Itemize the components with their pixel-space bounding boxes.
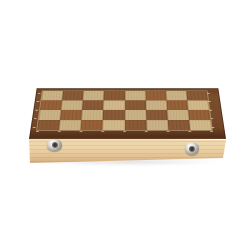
board-square-r2-c8 xyxy=(187,100,209,110)
chessboard xyxy=(37,91,212,130)
nail-dot-icon xyxy=(188,131,191,132)
board-square-r4-c3 xyxy=(81,120,103,130)
nail-dot-icon xyxy=(123,131,126,132)
nail-dot-icon xyxy=(36,131,39,132)
board-frame xyxy=(29,88,226,139)
board-square-r2-c4 xyxy=(103,100,124,110)
board-square-r2-c7 xyxy=(166,100,188,110)
board-square-r4-c7 xyxy=(168,120,190,130)
nail-dot-icon xyxy=(58,131,61,132)
board-square-r3-c5 xyxy=(125,110,146,120)
board-square-r3-c3 xyxy=(82,110,104,120)
board-square-r1-c5 xyxy=(125,91,146,100)
board-square-r4-c6 xyxy=(146,120,168,130)
frame-nails-front xyxy=(36,131,213,133)
board-square-r3-c7 xyxy=(167,110,189,120)
nail-dot-icon xyxy=(210,131,213,132)
nail-dot-icon xyxy=(35,109,38,110)
board-square-r2-c3 xyxy=(82,100,104,110)
board-top-face xyxy=(29,88,226,139)
board-square-r2-c1 xyxy=(40,100,62,110)
board-square-r1-c1 xyxy=(41,91,63,100)
nail-dot-icon xyxy=(79,131,82,132)
nail-dot-icon xyxy=(38,93,41,94)
board-square-r4-c4 xyxy=(103,120,125,130)
board-square-r1-c4 xyxy=(104,91,125,100)
board-square-r3-c1 xyxy=(39,110,62,120)
board-square-r1-c8 xyxy=(186,91,208,100)
nail-dot-icon xyxy=(33,127,36,128)
board-square-r3-c6 xyxy=(146,110,168,120)
board-square-r1-c2 xyxy=(62,91,83,100)
nail-dot-icon xyxy=(36,101,39,102)
nail-dot-icon xyxy=(211,127,214,128)
nail-dot-icon xyxy=(208,101,211,102)
product-photo xyxy=(0,0,250,250)
nail-dot-icon xyxy=(209,109,212,110)
board-square-r4-c1 xyxy=(37,120,60,130)
nail-dot-icon xyxy=(210,118,213,119)
nail-dot-icon xyxy=(101,131,104,132)
right-clasp-latch-icon xyxy=(185,142,199,155)
board-square-r1-c6 xyxy=(145,91,166,100)
left-clasp-latch-icon xyxy=(47,139,62,151)
chess-box xyxy=(0,0,250,250)
board-square-r3-c4 xyxy=(103,110,125,120)
nail-dot-icon xyxy=(34,118,37,119)
board-square-r1-c3 xyxy=(83,91,104,100)
nail-dot-icon xyxy=(145,131,148,132)
board-square-r4-c2 xyxy=(59,120,82,130)
board-square-r4-c8 xyxy=(189,120,212,130)
board-square-r2-c5 xyxy=(125,100,146,110)
board-square-r1-c7 xyxy=(166,91,187,100)
nail-dot-icon xyxy=(207,93,210,94)
board-square-r2-c6 xyxy=(145,100,166,110)
board-square-r3-c8 xyxy=(188,110,210,120)
board-square-r2-c2 xyxy=(61,100,83,110)
nail-dot-icon xyxy=(167,131,170,132)
board-square-r4-c5 xyxy=(125,120,147,130)
board-square-r3-c2 xyxy=(60,110,82,120)
